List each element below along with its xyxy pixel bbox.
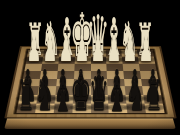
chessboard-photo: ♜♞♝♛♚♝♞♜♟♟♟♟♟♟♟♟♟♟♟♟♟♟♟♟♜♞♝♛♚♝♞♜	[0, 0, 180, 135]
pieces-layer: ♜♞♝♛♚♝♞♜♟♟♟♟♟♟♟♟♟♟♟♟♟♟♟♟♜♞♝♛♚♝♞♜	[0, 0, 180, 135]
piece-black-rook[interactable]: ♜	[7, 75, 45, 117]
piece-glyph: ♜	[18, 75, 35, 117]
